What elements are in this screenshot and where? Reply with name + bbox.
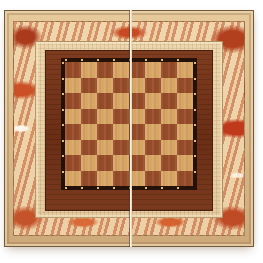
inlay-marks-right [194, 62, 196, 186]
square-g8[interactable] [161, 62, 177, 78]
square-h2[interactable] [177, 155, 193, 171]
square-c8[interactable] [97, 62, 113, 78]
square-d3[interactable] [113, 140, 129, 156]
square-c3[interactable] [97, 140, 113, 156]
square-f1[interactable] [145, 171, 161, 187]
square-a8[interactable] [65, 62, 81, 78]
square-d4[interactable] [113, 124, 129, 140]
square-g1[interactable] [161, 171, 177, 187]
square-b8[interactable] [81, 62, 97, 78]
square-a7[interactable] [65, 78, 81, 94]
square-a2[interactable] [65, 155, 81, 171]
square-g4[interactable] [161, 124, 177, 140]
square-h1[interactable] [177, 171, 193, 187]
inlay-marks-left [62, 62, 64, 186]
square-h5[interactable] [177, 109, 193, 125]
square-b2[interactable] [81, 155, 97, 171]
square-b7[interactable] [81, 78, 97, 94]
folding-chess-board [4, 10, 254, 247]
square-b1[interactable] [81, 171, 97, 187]
square-d1[interactable] [113, 171, 129, 187]
square-g3[interactable] [161, 140, 177, 156]
square-a1[interactable] [65, 171, 81, 187]
square-d5[interactable] [113, 109, 129, 125]
square-f5[interactable] [145, 109, 161, 125]
square-c4[interactable] [97, 124, 113, 140]
square-h6[interactable] [177, 93, 193, 109]
square-d6[interactable] [113, 93, 129, 109]
square-f7[interactable] [145, 78, 161, 94]
square-g2[interactable] [161, 155, 177, 171]
square-f3[interactable] [145, 140, 161, 156]
square-c5[interactable] [97, 109, 113, 125]
square-a3[interactable] [65, 140, 81, 156]
square-b4[interactable] [81, 124, 97, 140]
square-b5[interactable] [81, 109, 97, 125]
square-f4[interactable] [145, 124, 161, 140]
square-f2[interactable] [145, 155, 161, 171]
square-f8[interactable] [145, 62, 161, 78]
square-g6[interactable] [161, 93, 177, 109]
square-h3[interactable] [177, 140, 193, 156]
square-d7[interactable] [113, 78, 129, 94]
square-c6[interactable] [97, 93, 113, 109]
square-d2[interactable] [113, 155, 129, 171]
square-h8[interactable] [177, 62, 193, 78]
square-g5[interactable] [161, 109, 177, 125]
square-c1[interactable] [97, 171, 113, 187]
square-c7[interactable] [97, 78, 113, 94]
square-a4[interactable] [65, 124, 81, 140]
square-b6[interactable] [81, 93, 97, 109]
square-d8[interactable] [113, 62, 129, 78]
square-a6[interactable] [65, 93, 81, 109]
square-c2[interactable] [97, 155, 113, 171]
square-b3[interactable] [81, 140, 97, 156]
square-h4[interactable] [177, 124, 193, 140]
square-a5[interactable] [65, 109, 81, 125]
hinge-seam [129, 10, 132, 247]
square-h7[interactable] [177, 78, 193, 94]
square-g7[interactable] [161, 78, 177, 94]
square-f6[interactable] [145, 93, 161, 109]
